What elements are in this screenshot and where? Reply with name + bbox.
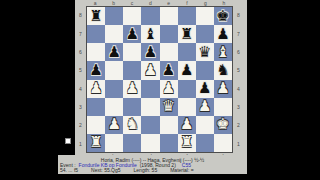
square-d7: ♝ <box>141 25 159 43</box>
square-c3 <box>123 98 141 116</box>
black-pawn: ♟ <box>126 27 139 42</box>
square-c7: ♟ <box>123 25 141 43</box>
square-h4: ♟ <box>214 80 232 98</box>
square-f5: ♟ <box>178 61 196 79</box>
white-queen: ♛ <box>162 99 175 114</box>
square-d2 <box>141 116 159 134</box>
square-g6: ♛ <box>196 43 214 61</box>
white-pawn: ♟ <box>198 99 211 114</box>
move-played: 54. ... f5 <box>60 168 78 173</box>
square-d1 <box>141 134 159 152</box>
square-a3 <box>87 98 105 116</box>
square-d6: ♟ <box>141 43 159 61</box>
white-rook: ♜ <box>180 135 193 150</box>
rank-label: 6 <box>76 43 85 61</box>
square-f8 <box>178 7 196 25</box>
square-c6 <box>123 43 141 61</box>
game-info-footer: Horia, Radim (----) -- Haga, Evghenij (-… <box>58 155 247 174</box>
rank-label: 1 <box>76 135 85 153</box>
black-pawn: ♟ <box>144 45 157 60</box>
square-e6 <box>160 43 178 61</box>
square-c5 <box>123 61 141 79</box>
rank-label: 3 <box>76 98 85 116</box>
square-h5: ♞ <box>214 61 232 79</box>
rank-label: 2 <box>234 116 243 134</box>
black-pawn: ♟ <box>162 63 175 78</box>
white-rook: ♜ <box>89 135 102 150</box>
black-pawn: ♟ <box>180 63 193 78</box>
square-h2: ♚ <box>214 116 232 134</box>
square-h1 <box>214 134 232 152</box>
square-a7 <box>87 25 105 43</box>
game-length: Length: 55 <box>134 168 158 173</box>
rank-label: 2 <box>76 116 85 134</box>
square-a8: ♜ <box>87 7 105 25</box>
square-h7: ♟ <box>214 25 232 43</box>
white-pawn: ♟ <box>216 81 229 96</box>
next-move: Next: 55.Qg5 <box>91 168 120 173</box>
white-pawn: ♟ <box>162 81 175 96</box>
square-f7: ♜ <box>178 25 196 43</box>
square-b4 <box>105 80 123 98</box>
square-c1 <box>123 134 141 152</box>
square-h6: ♝ <box>214 43 232 61</box>
square-f6 <box>178 43 196 61</box>
black-pawn: ♟ <box>216 27 229 42</box>
square-e5: ♟ <box>160 61 178 79</box>
square-a6 <box>87 43 105 61</box>
square-b3 <box>105 98 123 116</box>
rank-label: 3 <box>234 98 243 116</box>
square-a2 <box>87 116 105 134</box>
black-king: ♚ <box>216 9 229 24</box>
material-balance: Material: = <box>170 168 193 173</box>
black-rook: ♜ <box>180 27 193 42</box>
square-e2 <box>160 116 178 134</box>
black-bishop: ♝ <box>144 27 157 42</box>
rank-label: 4 <box>76 80 85 98</box>
rank-label: 1 <box>234 135 243 153</box>
white-king: ♚ <box>216 117 229 132</box>
rank-label: 4 <box>234 80 243 98</box>
square-d4 <box>141 80 159 98</box>
square-g4: ♟ <box>196 80 214 98</box>
square-b6: ♟ <box>105 43 123 61</box>
square-g3: ♟ <box>196 98 214 116</box>
rank-label: 5 <box>234 61 243 79</box>
white-pawn: ♟ <box>126 81 139 96</box>
white-pawn: ♟ <box>180 117 193 132</box>
white-pawn: ♟ <box>144 63 157 78</box>
square-a5: ♟ <box>87 61 105 79</box>
square-f3 <box>178 98 196 116</box>
white-to-move-indicator <box>65 138 71 144</box>
rank-label: 8 <box>234 6 243 24</box>
square-c4: ♟ <box>123 80 141 98</box>
white-bishop: ♝ <box>216 45 229 60</box>
rank-label: 7 <box>234 24 243 42</box>
white-pawn: ♟ <box>89 81 102 96</box>
square-e8 <box>160 7 178 25</box>
square-a4: ♟ <box>87 80 105 98</box>
square-e7 <box>160 25 178 43</box>
square-b5 <box>105 61 123 79</box>
move-line: 54. ... f5 Next: 55.Qg5 Length: 55 Mater… <box>60 168 194 173</box>
square-h3 <box>214 98 232 116</box>
white-knight: ♞ <box>126 117 139 132</box>
square-f2: ♟ <box>178 116 196 134</box>
square-f4 <box>178 80 196 98</box>
square-g8 <box>196 7 214 25</box>
white-pawn: ♟ <box>107 117 120 132</box>
square-g2 <box>196 116 214 134</box>
black-queen: ♛ <box>198 45 211 60</box>
square-b7 <box>105 25 123 43</box>
square-e1 <box>160 134 178 152</box>
square-b1 <box>105 134 123 152</box>
square-h8: ♚ <box>214 7 232 25</box>
black-pawn: ♟ <box>107 45 120 60</box>
letterbox-right <box>247 0 320 180</box>
rank-label: 6 <box>234 43 243 61</box>
square-c8 <box>123 7 141 25</box>
square-f1: ♜ <box>178 134 196 152</box>
square-a1: ♜ <box>87 134 105 152</box>
rank-label: 5 <box>76 61 85 79</box>
square-g7 <box>196 25 214 43</box>
board: ♜♚♟♝♜♟♟♟♛♝♟♟♟♟♞♟♟♟♟♟♛♟♟♞♟♚♜♜ <box>86 6 233 153</box>
rank-label: 8 <box>76 6 85 24</box>
square-d5: ♟ <box>141 61 159 79</box>
square-e3: ♛ <box>160 98 178 116</box>
square-c2: ♞ <box>123 116 141 134</box>
square-d8 <box>141 7 159 25</box>
board-panel: abcdefgh 87654321 ♜♚♟♝♜♟♟♟♛♝♟♟♟♟♞♟♟♟♟♟♛♟… <box>75 0 247 155</box>
letterbox-left <box>0 0 58 180</box>
rank-labels-right: 87654321 <box>234 6 243 153</box>
square-g1 <box>196 134 214 152</box>
black-pawn: ♟ <box>89 63 102 78</box>
black-pawn: ♟ <box>198 81 211 96</box>
rank-labels-left: 87654321 <box>76 6 85 153</box>
square-b8 <box>105 7 123 25</box>
black-knight: ♞ <box>216 63 229 78</box>
square-e4: ♟ <box>160 80 178 98</box>
square-b2: ♟ <box>105 116 123 134</box>
square-g5 <box>196 61 214 79</box>
black-rook: ♜ <box>89 9 102 24</box>
rank-label: 7 <box>76 24 85 42</box>
square-d3 <box>141 98 159 116</box>
